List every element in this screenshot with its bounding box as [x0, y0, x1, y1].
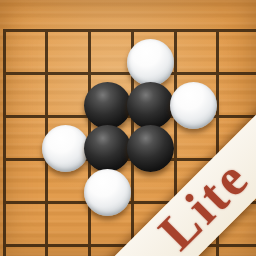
- white-stone: ○: [84, 169, 131, 216]
- white-stone-glyph: ○: [170, 82, 171, 83]
- white-stone-glyph: ○: [127, 39, 128, 40]
- white-stone: ○: [42, 125, 89, 172]
- board-cell[interactable]: [45, 244, 88, 256]
- board-cell[interactable]: [45, 201, 88, 244]
- board-cell[interactable]: [3, 29, 46, 72]
- board-cell[interactable]: ○: [174, 72, 217, 115]
- black-stone: ●: [84, 82, 131, 129]
- board-cell[interactable]: [216, 244, 256, 256]
- white-stone-glyph: ○: [84, 169, 85, 170]
- black-stone-glyph: ●: [127, 125, 128, 126]
- black-stone: ●: [127, 82, 174, 129]
- board-cell[interactable]: [3, 244, 46, 256]
- board-cell[interactable]: ○: [45, 115, 88, 158]
- board-cell[interactable]: [174, 29, 217, 72]
- white-stone: ○: [170, 82, 217, 129]
- board-cell[interactable]: [45, 72, 88, 115]
- board-cell[interactable]: [45, 29, 88, 72]
- board-cell[interactable]: [216, 72, 256, 115]
- board-cell[interactable]: [3, 158, 46, 201]
- board-cell[interactable]: [3, 115, 46, 158]
- black-stone-glyph: ●: [84, 82, 85, 83]
- board-cell[interactable]: [216, 29, 256, 72]
- board-cell[interactable]: [3, 201, 46, 244]
- black-stone: ●: [127, 125, 174, 172]
- black-stone: ●: [84, 125, 131, 172]
- black-stone-glyph: ●: [127, 82, 128, 83]
- game-board: ○●●○○●●○ Lite: [0, 0, 256, 256]
- board-cell[interactable]: [88, 29, 131, 72]
- board-cell[interactable]: ○: [131, 29, 174, 72]
- black-stone-glyph: ●: [84, 125, 85, 126]
- board-cell[interactable]: [3, 72, 46, 115]
- white-stone: ○: [127, 39, 174, 86]
- white-stone-glyph: ○: [42, 125, 43, 126]
- board-cell[interactable]: ●: [88, 72, 131, 115]
